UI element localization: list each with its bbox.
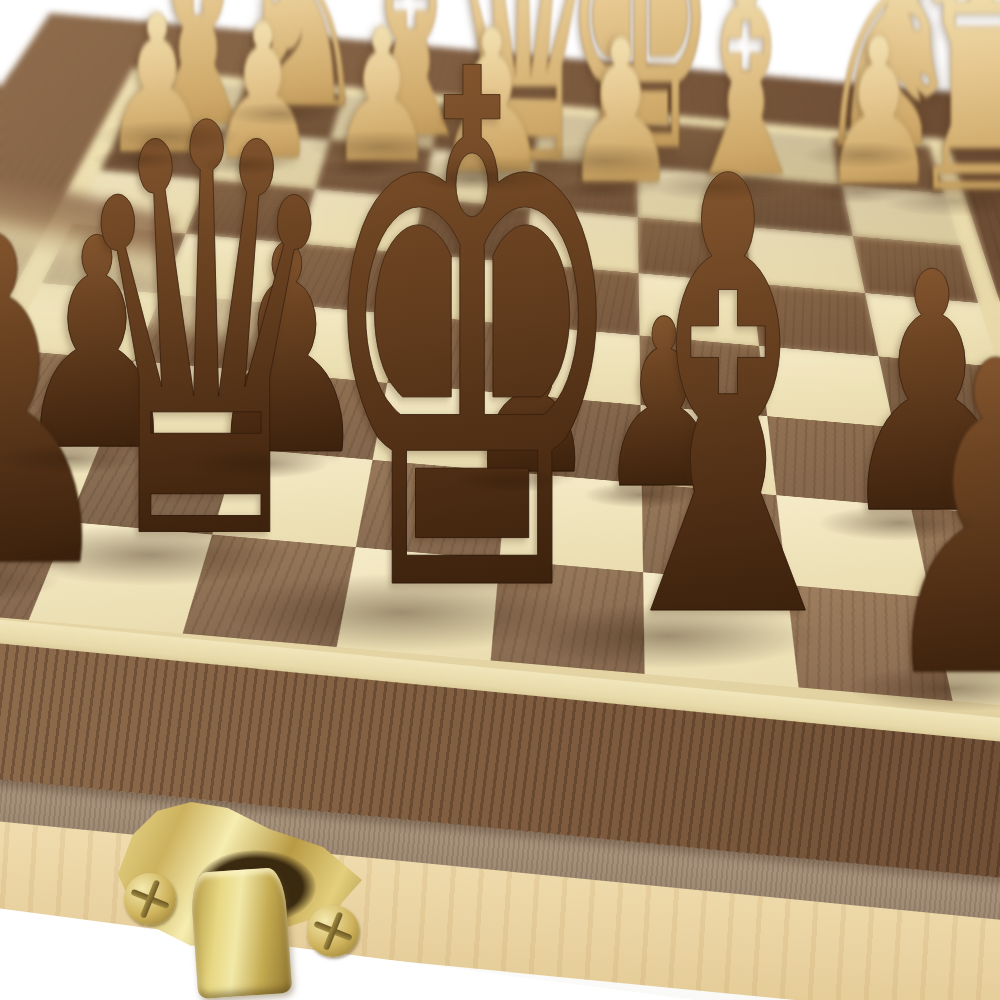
dark-pawn: ♟ bbox=[0, 180, 125, 630]
pieces-layer: ♞♝♝♞♟♚♟♟♛♟♝♟♟♜♟♟♟♟♟♛♟♚♝♟ bbox=[0, 0, 1000, 1000]
chess-set-photo: ♞♝♝♞♟♚♟♟♛♟♝♟♟♜♟♟♟♟♟♛♟♚♝♟ bbox=[0, 0, 1000, 1000]
light-rook: ♜ bbox=[905, 0, 1000, 234]
dark-pawn: ♟ bbox=[871, 307, 1000, 737]
dark-bishop: ♝ bbox=[580, 103, 876, 703]
